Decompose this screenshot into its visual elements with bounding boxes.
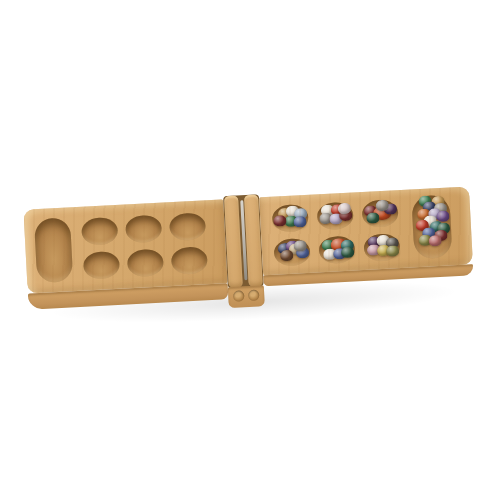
gem-stone[interactable] — [280, 250, 294, 262]
pit-left-top-2[interactable] — [125, 215, 162, 244]
hinge-front-edge — [228, 285, 265, 308]
gem-stone[interactable] — [293, 216, 307, 228]
pit-right-top-3[interactable] — [361, 199, 398, 228]
pit-left-bottom-2[interactable] — [127, 249, 164, 278]
right-panel-surface — [259, 186, 473, 275]
left-board-half — [23, 199, 228, 309]
left-panel-surface — [23, 199, 227, 293]
right-board-half — [259, 186, 473, 286]
magnet-catch-right — [248, 290, 260, 302]
pit-right-bottom-3[interactable] — [363, 233, 400, 262]
gem-stone[interactable] — [429, 235, 443, 247]
fold-hinge — [223, 194, 265, 308]
gem-stone[interactable] — [375, 200, 389, 212]
gem-stone[interactable] — [341, 247, 355, 259]
pit-right-top-2[interactable] — [317, 202, 354, 231]
pit-right-bottom-1[interactable] — [273, 238, 310, 267]
pit-right-bottom-2[interactable] — [318, 235, 355, 264]
pit-left-top-3[interactable] — [169, 212, 206, 241]
hinge-assembly — [223, 194, 264, 288]
gem-stone[interactable] — [386, 245, 400, 257]
right-store-pit[interactable] — [411, 194, 452, 259]
pit-left-top-1[interactable] — [81, 217, 118, 246]
pit-left-bottom-3[interactable] — [171, 246, 208, 275]
gem-stone[interactable] — [366, 213, 380, 225]
left-store-pit[interactable] — [34, 217, 73, 283]
gem-stone[interactable] — [294, 240, 308, 252]
mancala-board — [23, 186, 474, 318]
magnet-catch-left — [233, 290, 245, 302]
product-photo-scene — [0, 0, 500, 500]
pit-right-top-1[interactable] — [272, 204, 309, 233]
pit-left-bottom-1[interactable] — [83, 251, 120, 280]
